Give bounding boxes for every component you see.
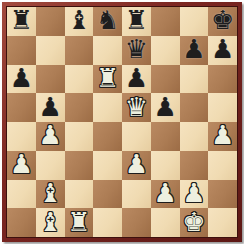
square-c2[interactable] — [65, 180, 94, 209]
square-d2[interactable] — [93, 180, 122, 209]
square-d5[interactable] — [93, 93, 122, 122]
square-c3[interactable] — [65, 151, 94, 180]
square-e3[interactable]: ♟ — [122, 151, 151, 180]
square-d4[interactable] — [93, 122, 122, 151]
square-g3[interactable] — [180, 151, 209, 180]
black-pawn-b5: ♟ — [38, 94, 61, 120]
square-c6[interactable] — [65, 65, 94, 94]
square-g8[interactable] — [180, 7, 209, 36]
square-h7[interactable]: ♟ — [208, 36, 237, 65]
square-h5[interactable] — [208, 93, 237, 122]
black-pawn-a6: ♟ — [10, 65, 33, 91]
white-pawn-g2: ♟ — [182, 180, 205, 206]
square-g4[interactable] — [180, 122, 209, 151]
square-f2[interactable]: ♟ — [151, 180, 180, 209]
white-pawn-f2: ♟ — [153, 180, 176, 206]
square-f3[interactable] — [151, 151, 180, 180]
square-e6[interactable]: ♟ — [122, 65, 151, 94]
black-rook-e8: ♜ — [125, 7, 148, 33]
board-frame: ♜♝♞♜♚♛♟♟♟♜♟♟♛♟♟♟♟♟♝♟♟♝♜♚ — [2, 2, 242, 242]
square-a8[interactable]: ♜ — [7, 7, 36, 36]
black-pawn-h7: ♟ — [211, 36, 234, 62]
square-f5[interactable]: ♟ — [151, 93, 180, 122]
square-h4[interactable]: ♟ — [208, 122, 237, 151]
square-f6[interactable] — [151, 65, 180, 94]
black-queen-e7: ♛ — [125, 36, 148, 62]
chess-board: ♜♝♞♜♚♛♟♟♟♜♟♟♛♟♟♟♟♟♝♟♟♝♜♚ — [7, 7, 237, 237]
square-h1[interactable] — [208, 208, 237, 237]
square-a7[interactable] — [7, 36, 36, 65]
square-a6[interactable]: ♟ — [7, 65, 36, 94]
black-bishop-c8: ♝ — [67, 7, 90, 33]
square-b2[interactable]: ♝ — [36, 180, 65, 209]
white-queen-e5: ♛ — [125, 94, 148, 120]
square-a3[interactable]: ♟ — [7, 151, 36, 180]
white-pawn-a3: ♟ — [10, 151, 33, 177]
square-d3[interactable] — [93, 151, 122, 180]
square-g1[interactable]: ♚ — [180, 208, 209, 237]
square-c1[interactable]: ♜ — [65, 208, 94, 237]
white-bishop-b2: ♝ — [38, 180, 61, 206]
square-f1[interactable] — [151, 208, 180, 237]
square-c7[interactable] — [65, 36, 94, 65]
black-pawn-g7: ♟ — [182, 36, 205, 62]
square-d6[interactable]: ♜ — [93, 65, 122, 94]
white-king-g1: ♚ — [182, 209, 205, 235]
white-bishop-b1: ♝ — [38, 209, 61, 235]
square-a1[interactable] — [7, 208, 36, 237]
square-a2[interactable] — [7, 180, 36, 209]
square-d7[interactable] — [93, 36, 122, 65]
square-b1[interactable]: ♝ — [36, 208, 65, 237]
square-b4[interactable]: ♟ — [36, 122, 65, 151]
square-c8[interactable]: ♝ — [65, 7, 94, 36]
white-pawn-h4: ♟ — [211, 122, 234, 148]
square-c5[interactable] — [65, 93, 94, 122]
square-c4[interactable] — [65, 122, 94, 151]
square-b7[interactable] — [36, 36, 65, 65]
square-e7[interactable]: ♛ — [122, 36, 151, 65]
white-pawn-e3: ♟ — [125, 151, 148, 177]
square-e8[interactable]: ♜ — [122, 7, 151, 36]
white-pawn-b4: ♟ — [38, 122, 61, 148]
square-e2[interactable] — [122, 180, 151, 209]
square-h2[interactable] — [208, 180, 237, 209]
white-rook-c1: ♜ — [67, 209, 90, 235]
square-d1[interactable] — [93, 208, 122, 237]
square-h6[interactable] — [208, 65, 237, 94]
black-pawn-f5: ♟ — [153, 94, 176, 120]
square-a5[interactable] — [7, 93, 36, 122]
square-e4[interactable] — [122, 122, 151, 151]
square-f4[interactable] — [151, 122, 180, 151]
white-rook-d6: ♜ — [96, 65, 119, 91]
square-e1[interactable] — [122, 208, 151, 237]
square-b6[interactable] — [36, 65, 65, 94]
square-e5[interactable]: ♛ — [122, 93, 151, 122]
chess-diagram-image: ♜♝♞♜♚♛♟♟♟♜♟♟♛♟♟♟♟♟♝♟♟♝♜♚ — [0, 0, 244, 244]
square-b8[interactable] — [36, 7, 65, 36]
square-b5[interactable]: ♟ — [36, 93, 65, 122]
square-f8[interactable] — [151, 7, 180, 36]
square-f7[interactable] — [151, 36, 180, 65]
black-knight-d8: ♞ — [96, 7, 119, 33]
black-rook-a8: ♜ — [10, 7, 33, 33]
square-d8[interactable]: ♞ — [93, 7, 122, 36]
square-b3[interactable] — [36, 151, 65, 180]
square-g6[interactable] — [180, 65, 209, 94]
black-king-h8: ♚ — [211, 7, 234, 33]
square-g7[interactable]: ♟ — [180, 36, 209, 65]
black-pawn-e6: ♟ — [125, 65, 148, 91]
square-g2[interactable]: ♟ — [180, 180, 209, 209]
square-a4[interactable] — [7, 122, 36, 151]
square-g5[interactable] — [180, 93, 209, 122]
square-h8[interactable]: ♚ — [208, 7, 237, 36]
square-h3[interactable] — [208, 151, 237, 180]
